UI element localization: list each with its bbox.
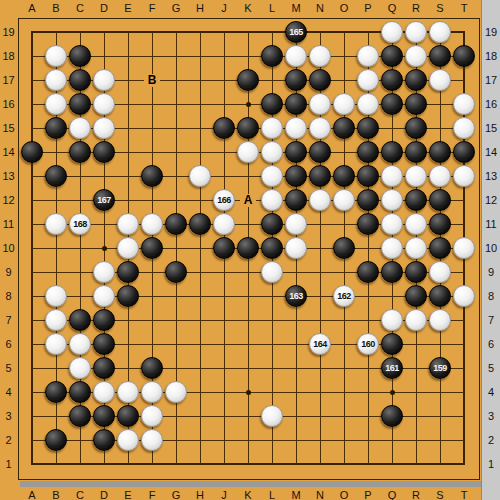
move-number: 162: [337, 292, 351, 301]
white-stone-J11[interactable]: [213, 213, 235, 235]
white-stone-C5[interactable]: [69, 357, 91, 379]
column-label-bottom-L: L: [262, 490, 282, 500]
black-stone-F10[interactable]: [141, 237, 163, 259]
black-stone-Q14[interactable]: [381, 141, 403, 163]
white-stone-E2[interactable]: [117, 429, 139, 451]
white-stone-N12[interactable]: [309, 189, 331, 211]
white-stone-B8[interactable]: [45, 285, 67, 307]
column-label-bottom-E: E: [118, 490, 138, 500]
black-stone-K17[interactable]: [237, 69, 259, 91]
column-label-bottom-S: S: [430, 490, 450, 500]
star-point: [246, 102, 251, 107]
row-label-left-8: 8: [0, 291, 17, 302]
black-stone-M16[interactable]: [285, 93, 307, 115]
white-stone-K14[interactable]: [237, 141, 259, 163]
column-label-top-M: M: [286, 3, 306, 14]
row-label-left-19: 19: [0, 27, 17, 38]
row-label-right-1: 1: [482, 459, 500, 470]
column-label-bottom-K: K: [238, 490, 258, 500]
row-label-right-6: 6: [482, 339, 500, 350]
row-label-right-14: 14: [482, 147, 500, 158]
row-label-left-14: 14: [0, 147, 17, 158]
white-stone-S7[interactable]: [429, 309, 451, 331]
black-stone-S11[interactable]: [429, 213, 451, 235]
star-point: [390, 390, 395, 395]
white-stone-R19[interactable]: [405, 21, 427, 43]
white-stone-N16[interactable]: [309, 93, 331, 115]
white-stone-B18[interactable]: [45, 45, 67, 67]
move-number: 166: [217, 196, 231, 205]
black-stone-C4[interactable]: [69, 381, 91, 403]
black-stone-P13[interactable]: [357, 165, 379, 187]
column-label-top-K: K: [238, 3, 258, 14]
black-stone-S18[interactable]: [429, 45, 451, 67]
white-stone-P18[interactable]: [357, 45, 379, 67]
white-stone-L15[interactable]: [261, 117, 283, 139]
black-stone-D2[interactable]: [93, 429, 115, 451]
white-stone-Q19[interactable]: [381, 21, 403, 43]
column-label-bottom-F: F: [142, 490, 162, 500]
column-label-bottom-H: H: [190, 490, 210, 500]
white-stone-O16[interactable]: [333, 93, 355, 115]
black-stone-Q3[interactable]: [381, 405, 403, 427]
black-stone-D12[interactable]: 167: [93, 189, 115, 211]
black-stone-P12[interactable]: [357, 189, 379, 211]
column-label-top-H: H: [190, 3, 210, 14]
column-label-bottom-P: P: [358, 490, 378, 500]
white-stone-B16[interactable]: [45, 93, 67, 115]
move-number: 167: [97, 196, 111, 205]
white-stone-E10[interactable]: [117, 237, 139, 259]
column-label-top-C: C: [70, 3, 90, 14]
white-stone-O12[interactable]: [333, 189, 355, 211]
white-stone-M15[interactable]: [285, 117, 307, 139]
white-stone-E11[interactable]: [117, 213, 139, 235]
black-stone-O15[interactable]: [333, 117, 355, 139]
white-stone-T10[interactable]: [453, 237, 475, 259]
row-label-right-13: 13: [482, 171, 500, 182]
white-stone-C6[interactable]: [69, 333, 91, 355]
column-label-bottom-C: C: [70, 490, 90, 500]
row-label-left-15: 15: [0, 123, 17, 134]
black-stone-Q17[interactable]: [381, 69, 403, 91]
row-label-right-10: 10: [482, 243, 500, 254]
white-stone-F3[interactable]: [141, 405, 163, 427]
column-label-top-B: B: [46, 3, 66, 14]
white-stone-R18[interactable]: [405, 45, 427, 67]
white-stone-P17[interactable]: [357, 69, 379, 91]
white-stone-C11[interactable]: 168: [69, 213, 91, 235]
black-stone-S10[interactable]: [429, 237, 451, 259]
black-stone-M12[interactable]: [285, 189, 307, 211]
black-stone-Q5[interactable]: 161: [381, 357, 403, 379]
black-stone-R8[interactable]: [405, 285, 427, 307]
row-label-right-9: 9: [482, 267, 500, 278]
row-label-right-16: 16: [482, 99, 500, 110]
white-stone-M18[interactable]: [285, 45, 307, 67]
white-stone-Q7[interactable]: [381, 309, 403, 331]
white-stone-T16[interactable]: [453, 93, 475, 115]
white-stone-L13[interactable]: [261, 165, 283, 187]
row-label-left-10: 10: [0, 243, 17, 254]
row-label-left-9: 9: [0, 267, 17, 278]
column-label-top-Q: Q: [382, 3, 402, 14]
white-stone-S17[interactable]: [429, 69, 451, 91]
white-stone-L3[interactable]: [261, 405, 283, 427]
row-label-left-17: 17: [0, 75, 17, 86]
black-stone-B4[interactable]: [45, 381, 67, 403]
black-stone-C17[interactable]: [69, 69, 91, 91]
board-bottom-shadow: [20, 481, 481, 487]
row-label-left-2: 2: [0, 435, 17, 446]
white-stone-J12[interactable]: 166: [213, 189, 235, 211]
column-label-bottom-Q: Q: [382, 490, 402, 500]
column-label-bottom-M: M: [286, 490, 306, 500]
annotation-B: B: [144, 74, 160, 87]
white-stone-B11[interactable]: [45, 213, 67, 235]
column-label-bottom-B: B: [46, 490, 66, 500]
white-stone-M11[interactable]: [285, 213, 307, 235]
white-stone-S9[interactable]: [429, 261, 451, 283]
move-number: 163: [289, 292, 303, 301]
column-label-bottom-N: N: [310, 490, 330, 500]
move-number: 159: [433, 364, 447, 373]
black-stone-D7[interactable]: [93, 309, 115, 331]
black-stone-K15[interactable]: [237, 117, 259, 139]
black-stone-G11[interactable]: [165, 213, 187, 235]
row-label-left-12: 12: [0, 195, 17, 206]
white-stone-N6[interactable]: 164: [309, 333, 331, 355]
black-stone-R14[interactable]: [405, 141, 427, 163]
row-label-left-13: 13: [0, 171, 17, 182]
white-stone-D17[interactable]: [93, 69, 115, 91]
row-label-left-5: 5: [0, 363, 17, 374]
black-stone-G9[interactable]: [165, 261, 187, 283]
black-stone-S14[interactable]: [429, 141, 451, 163]
white-stone-H13[interactable]: [189, 165, 211, 187]
black-stone-Q18[interactable]: [381, 45, 403, 67]
black-stone-P11[interactable]: [357, 213, 379, 235]
column-label-top-A: A: [22, 3, 42, 14]
white-stone-P16[interactable]: [357, 93, 379, 115]
column-label-bottom-J: J: [214, 490, 234, 500]
column-label-top-T: T: [454, 3, 474, 14]
white-stone-R11[interactable]: [405, 213, 427, 235]
column-label-bottom-R: R: [406, 490, 426, 500]
row-label-left-1: 1: [0, 459, 17, 470]
black-stone-M14[interactable]: [285, 141, 307, 163]
black-stone-N14[interactable]: [309, 141, 331, 163]
black-stone-T14[interactable]: [453, 141, 475, 163]
white-stone-L14[interactable]: [261, 141, 283, 163]
black-stone-B13[interactable]: [45, 165, 67, 187]
column-label-top-D: D: [94, 3, 114, 14]
row-label-right-7: 7: [482, 315, 500, 326]
white-stone-M10[interactable]: [285, 237, 307, 259]
column-label-top-N: N: [310, 3, 330, 14]
black-stone-S12[interactable]: [429, 189, 451, 211]
column-label-top-E: E: [118, 3, 138, 14]
row-label-right-18: 18: [482, 51, 500, 62]
black-stone-O10[interactable]: [333, 237, 355, 259]
black-stone-K10[interactable]: [237, 237, 259, 259]
row-label-left-7: 7: [0, 315, 17, 326]
black-stone-B15[interactable]: [45, 117, 67, 139]
black-stone-B2[interactable]: [45, 429, 67, 451]
black-stone-D6[interactable]: [93, 333, 115, 355]
black-stone-R16[interactable]: [405, 93, 427, 115]
white-stone-D9[interactable]: [93, 261, 115, 283]
white-stone-T13[interactable]: [453, 165, 475, 187]
column-label-bottom-O: O: [334, 490, 354, 500]
white-stone-D16[interactable]: [93, 93, 115, 115]
black-stone-R12[interactable]: [405, 189, 427, 211]
white-stone-O8[interactable]: 162: [333, 285, 355, 307]
annotation-A: A: [240, 194, 256, 207]
white-stone-S19[interactable]: [429, 21, 451, 43]
column-label-top-F: F: [142, 3, 162, 14]
black-stone-T18[interactable]: [453, 45, 475, 67]
white-stone-R10[interactable]: [405, 237, 427, 259]
white-stone-D4[interactable]: [93, 381, 115, 403]
white-stone-L12[interactable]: [261, 189, 283, 211]
white-stone-F11[interactable]: [141, 213, 163, 235]
move-number: 160: [361, 340, 375, 349]
column-label-bottom-D: D: [94, 490, 114, 500]
white-stone-N15[interactable]: [309, 117, 331, 139]
white-stone-N18[interactable]: [309, 45, 331, 67]
column-label-top-O: O: [334, 3, 354, 14]
black-stone-M17[interactable]: [285, 69, 307, 91]
column-label-top-G: G: [166, 3, 186, 14]
black-stone-L18[interactable]: [261, 45, 283, 67]
black-stone-P15[interactable]: [357, 117, 379, 139]
black-stone-A14[interactable]: [21, 141, 43, 163]
white-stone-T8[interactable]: [453, 285, 475, 307]
black-stone-P9[interactable]: [357, 261, 379, 283]
black-stone-S8[interactable]: [429, 285, 451, 307]
black-stone-E9[interactable]: [117, 261, 139, 283]
row-label-right-19: 19: [482, 27, 500, 38]
black-stone-H11[interactable]: [189, 213, 211, 235]
row-label-right-5: 5: [482, 363, 500, 374]
black-stone-S5[interactable]: 159: [429, 357, 451, 379]
white-stone-Q12[interactable]: [381, 189, 403, 211]
white-stone-B6[interactable]: [45, 333, 67, 355]
black-stone-F5[interactable]: [141, 357, 163, 379]
black-stone-C3[interactable]: [69, 405, 91, 427]
white-stone-F4[interactable]: [141, 381, 163, 403]
column-label-bottom-A: A: [22, 490, 42, 500]
black-stone-L11[interactable]: [261, 213, 283, 235]
white-stone-D8[interactable]: [93, 285, 115, 307]
black-stone-E8[interactable]: [117, 285, 139, 307]
black-stone-N17[interactable]: [309, 69, 331, 91]
white-stone-B7[interactable]: [45, 309, 67, 331]
row-label-right-15: 15: [482, 123, 500, 134]
black-stone-R15[interactable]: [405, 117, 427, 139]
black-stone-R9[interactable]: [405, 261, 427, 283]
go-board-screenshot: 165167163161159166168162164160AB AABBCCD…: [0, 0, 500, 500]
move-number: 165: [289, 28, 303, 37]
move-number: 161: [385, 364, 399, 373]
black-stone-L10[interactable]: [261, 237, 283, 259]
row-label-right-11: 11: [482, 219, 500, 230]
column-label-top-P: P: [358, 3, 378, 14]
row-label-left-11: 11: [0, 219, 17, 230]
column-label-top-R: R: [406, 3, 426, 14]
black-stone-C18[interactable]: [69, 45, 91, 67]
black-stone-D5[interactable]: [93, 357, 115, 379]
row-label-right-2: 2: [482, 435, 500, 446]
row-label-right-12: 12: [482, 195, 500, 206]
white-stone-G4[interactable]: [165, 381, 187, 403]
black-stone-Q6[interactable]: [381, 333, 403, 355]
black-stone-J15[interactable]: [213, 117, 235, 139]
white-stone-C15[interactable]: [69, 117, 91, 139]
black-stone-L16[interactable]: [261, 93, 283, 115]
black-stone-E3[interactable]: [117, 405, 139, 427]
move-number: 168: [73, 220, 87, 229]
white-stone-S13[interactable]: [429, 165, 451, 187]
black-stone-Q9[interactable]: [381, 261, 403, 283]
black-stone-M13[interactable]: [285, 165, 307, 187]
black-stone-J10[interactable]: [213, 237, 235, 259]
white-stone-Q10[interactable]: [381, 237, 403, 259]
black-stone-O13[interactable]: [333, 165, 355, 187]
black-stone-R17[interactable]: [405, 69, 427, 91]
white-stone-T15[interactable]: [453, 117, 475, 139]
black-stone-N13[interactable]: [309, 165, 331, 187]
row-label-left-3: 3: [0, 411, 17, 422]
white-stone-R13[interactable]: [405, 165, 427, 187]
column-label-bottom-G: G: [166, 490, 186, 500]
black-stone-P14[interactable]: [357, 141, 379, 163]
column-label-top-L: L: [262, 3, 282, 14]
column-label-top-S: S: [430, 3, 450, 14]
row-label-left-4: 4: [0, 387, 17, 398]
white-stone-E4[interactable]: [117, 381, 139, 403]
white-stone-Q13[interactable]: [381, 165, 403, 187]
row-label-left-16: 16: [0, 99, 17, 110]
row-label-right-8: 8: [482, 291, 500, 302]
black-stone-M8[interactable]: 163: [285, 285, 307, 307]
black-stone-M19[interactable]: 165: [285, 21, 307, 43]
move-number: 164: [313, 340, 327, 349]
row-label-right-17: 17: [482, 75, 500, 86]
row-label-left-18: 18: [0, 51, 17, 62]
column-label-bottom-T: T: [454, 490, 474, 500]
white-stone-R7[interactable]: [405, 309, 427, 331]
white-stone-Q11[interactable]: [381, 213, 403, 235]
column-label-top-J: J: [214, 3, 234, 14]
row-label-right-3: 3: [482, 411, 500, 422]
black-stone-F13[interactable]: [141, 165, 163, 187]
row-label-left-6: 6: [0, 339, 17, 350]
white-stone-L9[interactable]: [261, 261, 283, 283]
white-stone-F2[interactable]: [141, 429, 163, 451]
black-stone-C7[interactable]: [69, 309, 91, 331]
white-stone-P6[interactable]: 160: [357, 333, 379, 355]
star-point: [102, 246, 107, 251]
black-stone-C16[interactable]: [69, 93, 91, 115]
white-stone-B17[interactable]: [45, 69, 67, 91]
black-stone-D14[interactable]: [93, 141, 115, 163]
black-stone-C14[interactable]: [69, 141, 91, 163]
black-stone-Q16[interactable]: [381, 93, 403, 115]
black-stone-D3[interactable]: [93, 405, 115, 427]
row-label-right-4: 4: [482, 387, 500, 398]
star-point: [246, 390, 251, 395]
white-stone-D15[interactable]: [93, 117, 115, 139]
